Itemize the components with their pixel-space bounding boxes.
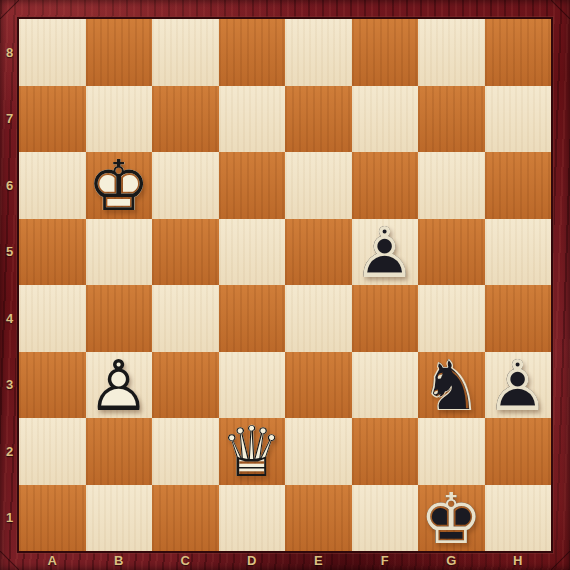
square-b8[interactable] (86, 19, 153, 86)
piece-black-knight[interactable]: ♞♘ (418, 352, 485, 419)
square-f4[interactable] (352, 285, 419, 352)
square-h6[interactable] (485, 152, 552, 219)
piece-black-pawn-h3[interactable]: ♟♙ (485, 352, 552, 419)
square-b3[interactable]: ♟♙ (86, 352, 153, 419)
square-b2[interactable] (86, 418, 153, 485)
square-f1[interactable] (352, 485, 419, 552)
piece-white-pawn[interactable]: ♟♙ (86, 352, 153, 419)
file-label-f: F (352, 551, 419, 570)
square-d7[interactable] (219, 86, 286, 153)
square-a2[interactable] (19, 418, 86, 485)
square-e4[interactable] (285, 285, 352, 352)
rank-label-3: 3 (0, 352, 19, 419)
square-g8[interactable] (418, 19, 485, 86)
rank-label-8: 8 (0, 19, 19, 86)
square-b7[interactable] (86, 86, 153, 153)
square-f5[interactable]: ♟♙ (352, 219, 419, 286)
piece-white-king[interactable]: ♚♔ (86, 152, 153, 219)
square-d4[interactable] (219, 285, 286, 352)
square-e8[interactable] (285, 19, 352, 86)
square-c2[interactable] (152, 418, 219, 485)
square-g4[interactable] (418, 285, 485, 352)
rank-label-2: 2 (0, 418, 19, 485)
white-pawn-glyph-outline: ♙ (86, 353, 153, 420)
square-d6[interactable] (219, 152, 286, 219)
square-h2[interactable] (485, 418, 552, 485)
square-g6[interactable] (418, 152, 485, 219)
white-king-glyph-outline: ♔ (86, 153, 153, 220)
black-pawn-h3-glyph-outline: ♙ (485, 353, 552, 420)
square-a7[interactable] (19, 86, 86, 153)
file-label-h: H (485, 551, 552, 570)
square-f7[interactable] (352, 86, 419, 153)
frame-miter-top-right (551, 0, 570, 19)
square-a1[interactable] (19, 485, 86, 552)
square-c1[interactable] (152, 485, 219, 552)
frame-miter-top-left (0, 0, 19, 19)
file-label-a: A (19, 551, 86, 570)
square-e5[interactable] (285, 219, 352, 286)
square-b1[interactable] (86, 485, 153, 552)
square-b5[interactable] (86, 219, 153, 286)
square-e1[interactable] (285, 485, 352, 552)
rank-label-4: 4 (0, 285, 19, 352)
piece-black-pawn-f5[interactable]: ♟♙ (352, 219, 419, 286)
square-a4[interactable] (19, 285, 86, 352)
square-h8[interactable] (485, 19, 552, 86)
black-king-glyph-outline: ♔ (418, 486, 485, 553)
square-b4[interactable] (86, 285, 153, 352)
rank-label-5: 5 (0, 219, 19, 286)
square-b6[interactable]: ♚♔ (86, 152, 153, 219)
square-c4[interactable] (152, 285, 219, 352)
square-f8[interactable] (352, 19, 419, 86)
file-label-d: D (219, 551, 286, 570)
square-h1[interactable] (485, 485, 552, 552)
square-g5[interactable] (418, 219, 485, 286)
piece-white-queen[interactable]: ♛♕ (219, 418, 286, 485)
square-d8[interactable] (219, 19, 286, 86)
square-a5[interactable] (19, 219, 86, 286)
square-h7[interactable] (485, 86, 552, 153)
square-c3[interactable] (152, 352, 219, 419)
file-label-b: B (86, 551, 153, 570)
square-f2[interactable] (352, 418, 419, 485)
square-a8[interactable] (19, 19, 86, 86)
file-label-c: C (152, 551, 219, 570)
square-d3[interactable] (219, 352, 286, 419)
square-a6[interactable] (19, 152, 86, 219)
square-d2[interactable]: ♛♕ (219, 418, 286, 485)
square-d5[interactable] (219, 219, 286, 286)
square-c8[interactable] (152, 19, 219, 86)
white-queen-glyph-outline: ♕ (219, 419, 286, 486)
square-h4[interactable] (485, 285, 552, 352)
square-e7[interactable] (285, 86, 352, 153)
piece-black-king[interactable]: ♚♔ (418, 485, 485, 552)
square-e2[interactable] (285, 418, 352, 485)
square-c6[interactable] (152, 152, 219, 219)
rank-label-7: 7 (0, 86, 19, 153)
rank-label-6: 6 (0, 152, 19, 219)
square-h3[interactable]: ♟♙ (485, 352, 552, 419)
square-f6[interactable] (352, 152, 419, 219)
square-g2[interactable] (418, 418, 485, 485)
square-c5[interactable] (152, 219, 219, 286)
square-h5[interactable] (485, 219, 552, 286)
file-label-e: E (285, 551, 352, 570)
frame-miter-bottom-right (551, 551, 570, 570)
square-e6[interactable] (285, 152, 352, 219)
square-f3[interactable] (352, 352, 419, 419)
board-frame: 87654321 ABCDEFGH ♚♔♟♙♟♙♞♘♟♙♛♕♚♔ (0, 0, 570, 570)
square-d1[interactable] (219, 485, 286, 552)
square-e3[interactable] (285, 352, 352, 419)
frame-miter-bottom-left (0, 551, 19, 570)
black-knight-glyph-outline: ♘ (418, 353, 485, 420)
rank-label-1: 1 (0, 485, 19, 552)
square-g1[interactable]: ♚♔ (418, 485, 485, 552)
square-g7[interactable] (418, 86, 485, 153)
black-pawn-f5-glyph-outline: ♙ (352, 220, 419, 287)
square-c7[interactable] (152, 86, 219, 153)
chess-board: ♚♔♟♙♟♙♞♘♟♙♛♕♚♔ (19, 19, 551, 551)
square-a3[interactable] (19, 352, 86, 419)
square-g3[interactable]: ♞♘ (418, 352, 485, 419)
rank-labels: 87654321 (0, 19, 19, 551)
